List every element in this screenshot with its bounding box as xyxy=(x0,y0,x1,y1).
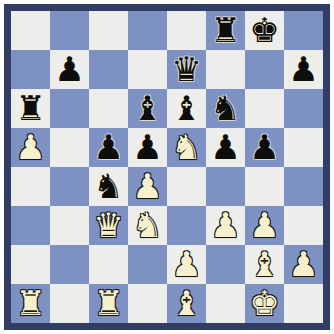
white-pawn-piece: ♟ xyxy=(288,245,318,284)
square-e8[interactable] xyxy=(167,11,206,50)
square-g2[interactable]: ♝ xyxy=(245,245,284,284)
white-queen-piece: ♛ xyxy=(93,206,123,245)
black-rook-piece: ♜ xyxy=(15,89,45,128)
square-h2[interactable]: ♟ xyxy=(284,245,323,284)
square-c1[interactable]: ♜ xyxy=(89,284,128,323)
square-a4[interactable] xyxy=(11,167,50,206)
square-b1[interactable] xyxy=(50,284,89,323)
square-d4[interactable]: ♟ xyxy=(128,167,167,206)
black-pawn-piece: ♟ xyxy=(210,128,240,167)
square-d5[interactable]: ♟ xyxy=(128,128,167,167)
black-bishop-piece: ♝ xyxy=(132,89,162,128)
square-h8[interactable] xyxy=(284,11,323,50)
square-d2[interactable] xyxy=(128,245,167,284)
square-b4[interactable] xyxy=(50,167,89,206)
square-h3[interactable] xyxy=(284,206,323,245)
white-bishop-piece: ♝ xyxy=(171,284,201,323)
square-h1[interactable] xyxy=(284,284,323,323)
white-pawn-piece: ♟ xyxy=(210,206,240,245)
black-pawn-piece: ♟ xyxy=(288,50,318,89)
square-e6[interactable]: ♝ xyxy=(167,89,206,128)
square-e1[interactable]: ♝ xyxy=(167,284,206,323)
black-bishop-piece: ♝ xyxy=(171,89,201,128)
square-b7[interactable]: ♟ xyxy=(50,50,89,89)
square-f8[interactable]: ♜ xyxy=(206,11,245,50)
black-pawn-piece: ♟ xyxy=(132,128,162,167)
square-h7[interactable]: ♟ xyxy=(284,50,323,89)
square-a8[interactable] xyxy=(11,11,50,50)
square-d8[interactable] xyxy=(128,11,167,50)
white-pawn-piece: ♟ xyxy=(132,167,162,206)
black-pawn-piece: ♟ xyxy=(54,50,84,89)
square-d6[interactable]: ♝ xyxy=(128,89,167,128)
square-c8[interactable] xyxy=(89,11,128,50)
square-a3[interactable] xyxy=(11,206,50,245)
square-d3[interactable]: ♞ xyxy=(128,206,167,245)
square-c5[interactable]: ♟ xyxy=(89,128,128,167)
square-b2[interactable] xyxy=(50,245,89,284)
square-g6[interactable] xyxy=(245,89,284,128)
square-f6[interactable]: ♞ xyxy=(206,89,245,128)
square-g5[interactable]: ♟ xyxy=(245,128,284,167)
square-b3[interactable] xyxy=(50,206,89,245)
square-f4[interactable] xyxy=(206,167,245,206)
white-knight-piece: ♞ xyxy=(171,128,201,167)
square-e4[interactable] xyxy=(167,167,206,206)
white-knight-piece: ♞ xyxy=(132,206,162,245)
square-a6[interactable]: ♜ xyxy=(11,89,50,128)
square-f2[interactable] xyxy=(206,245,245,284)
square-h5[interactable] xyxy=(284,128,323,167)
square-a7[interactable] xyxy=(11,50,50,89)
square-a1[interactable]: ♜ xyxy=(11,284,50,323)
square-b5[interactable] xyxy=(50,128,89,167)
square-g8[interactable]: ♚ xyxy=(245,11,284,50)
square-e3[interactable] xyxy=(167,206,206,245)
black-knight-piece: ♞ xyxy=(93,167,123,206)
square-g7[interactable] xyxy=(245,50,284,89)
square-c7[interactable] xyxy=(89,50,128,89)
square-a2[interactable] xyxy=(11,245,50,284)
white-pawn-piece: ♟ xyxy=(15,128,45,167)
square-f1[interactable] xyxy=(206,284,245,323)
square-f7[interactable] xyxy=(206,50,245,89)
square-c2[interactable] xyxy=(89,245,128,284)
white-rook-piece: ♜ xyxy=(15,284,45,323)
square-f3[interactable]: ♟ xyxy=(206,206,245,245)
square-e5[interactable]: ♞ xyxy=(167,128,206,167)
square-h6[interactable] xyxy=(284,89,323,128)
square-d7[interactable] xyxy=(128,50,167,89)
black-queen-piece: ♛ xyxy=(171,50,201,89)
square-g3[interactable]: ♟ xyxy=(245,206,284,245)
square-a5[interactable]: ♟ xyxy=(11,128,50,167)
black-knight-piece: ♞ xyxy=(210,89,240,128)
square-c4[interactable]: ♞ xyxy=(89,167,128,206)
white-bishop-piece: ♝ xyxy=(249,245,279,284)
black-rook-piece: ♜ xyxy=(210,11,240,50)
white-king-piece: ♚ xyxy=(249,284,279,323)
black-pawn-piece: ♟ xyxy=(93,128,123,167)
square-e2[interactable]: ♟ xyxy=(167,245,206,284)
black-pawn-piece: ♟ xyxy=(249,128,279,167)
image-frame: ♜♚♟♛♟♜♝♝♞♟♟♟♞♟♟♞♟♛♞♟♟♟♝♟♜♜♝♚ xyxy=(0,0,334,334)
square-d1[interactable] xyxy=(128,284,167,323)
white-pawn-piece: ♟ xyxy=(171,245,201,284)
square-c6[interactable] xyxy=(89,89,128,128)
white-pawn-piece: ♟ xyxy=(249,206,279,245)
square-h4[interactable] xyxy=(284,167,323,206)
square-c3[interactable]: ♛ xyxy=(89,206,128,245)
square-b8[interactable] xyxy=(50,11,89,50)
square-b6[interactable] xyxy=(50,89,89,128)
square-f5[interactable]: ♟ xyxy=(206,128,245,167)
white-rook-piece: ♜ xyxy=(93,284,123,323)
square-e7[interactable]: ♛ xyxy=(167,50,206,89)
square-g4[interactable] xyxy=(245,167,284,206)
black-king-piece: ♚ xyxy=(249,11,279,50)
chess-board: ♜♚♟♛♟♜♝♝♞♟♟♟♞♟♟♞♟♛♞♟♟♟♝♟♜♜♝♚ xyxy=(11,11,323,323)
square-g1[interactable]: ♚ xyxy=(245,284,284,323)
